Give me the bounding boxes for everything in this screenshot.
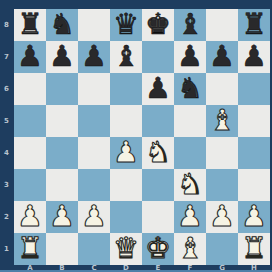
square-a5[interactable] (14, 105, 46, 137)
square-g8[interactable] (206, 9, 238, 41)
square-c2[interactable]: ♟ (78, 201, 110, 233)
white-rook[interactable]: ♜ (17, 234, 43, 263)
black-pawn[interactable]: ♟ (145, 74, 171, 103)
white-king[interactable]: ♚ (145, 234, 171, 263)
white-pawn[interactable]: ♟ (113, 138, 139, 167)
square-g2[interactable]: ♟ (206, 201, 238, 233)
square-d4[interactable]: ♟ (110, 137, 142, 169)
square-d3[interactable] (110, 169, 142, 201)
square-f6[interactable]: ♞ (174, 73, 206, 105)
white-rook[interactable]: ♜ (241, 234, 267, 263)
square-b4[interactable] (46, 137, 78, 169)
square-h7[interactable]: ♟ (238, 41, 270, 73)
square-h4[interactable] (238, 137, 270, 169)
square-e1[interactable]: ♚ (142, 233, 174, 265)
white-pawn[interactable]: ♟ (241, 202, 267, 231)
square-b3[interactable] (46, 169, 78, 201)
file-label-g: G (206, 265, 238, 272)
square-g4[interactable] (206, 137, 238, 169)
file-label-f: F (174, 265, 206, 272)
square-g3[interactable] (206, 169, 238, 201)
square-g1[interactable] (206, 233, 238, 265)
white-bishop[interactable]: ♝ (209, 106, 235, 135)
square-f1[interactable]: ♝ (174, 233, 206, 265)
square-g6[interactable] (206, 73, 238, 105)
square-a3[interactable] (14, 169, 46, 201)
black-pawn[interactable]: ♟ (81, 42, 107, 71)
square-f5[interactable] (174, 105, 206, 137)
black-queen[interactable]: ♛ (113, 10, 139, 39)
chess-board: ♜♞♛♚♝♜♟♟♟♝♟♟♟♟♞♝♟♞♞♟♟♟♟♟♟♜♛♚♝♜ (14, 9, 270, 265)
white-pawn[interactable]: ♟ (81, 202, 107, 231)
square-a6[interactable] (14, 73, 46, 105)
square-c4[interactable] (78, 137, 110, 169)
square-b5[interactable] (46, 105, 78, 137)
white-knight[interactable]: ♞ (177, 170, 203, 199)
square-e2[interactable] (142, 201, 174, 233)
black-pawn[interactable]: ♟ (17, 42, 43, 71)
square-c6[interactable] (78, 73, 110, 105)
square-d6[interactable] (110, 73, 142, 105)
square-h5[interactable] (238, 105, 270, 137)
black-bishop[interactable]: ♝ (177, 10, 203, 39)
square-e6[interactable]: ♟ (142, 73, 174, 105)
square-a8[interactable]: ♜ (14, 9, 46, 41)
white-pawn[interactable]: ♟ (177, 202, 203, 231)
square-b7[interactable]: ♟ (46, 41, 78, 73)
black-pawn[interactable]: ♟ (49, 42, 75, 71)
square-d1[interactable]: ♛ (110, 233, 142, 265)
black-king[interactable]: ♚ (145, 10, 171, 39)
square-f4[interactable] (174, 137, 206, 169)
square-g7[interactable]: ♟ (206, 41, 238, 73)
black-pawn[interactable]: ♟ (241, 42, 267, 71)
file-label-b: B (46, 265, 78, 272)
white-pawn[interactable]: ♟ (49, 202, 75, 231)
file-label-h: H (238, 265, 270, 272)
square-c3[interactable] (78, 169, 110, 201)
square-a1[interactable]: ♜ (14, 233, 46, 265)
rank-label-6: 6 (0, 73, 13, 105)
white-knight[interactable]: ♞ (145, 138, 171, 167)
square-d7[interactable]: ♝ (110, 41, 142, 73)
black-rook[interactable]: ♜ (241, 10, 267, 39)
square-h1[interactable]: ♜ (238, 233, 270, 265)
black-knight[interactable]: ♞ (177, 74, 203, 103)
file-label-e: E (142, 265, 174, 272)
file-label-c: C (78, 265, 110, 272)
square-c7[interactable]: ♟ (78, 41, 110, 73)
square-f7[interactable]: ♟ (174, 41, 206, 73)
rank-label-4: 4 (0, 137, 13, 169)
white-queen[interactable]: ♛ (113, 234, 139, 263)
black-pawn[interactable]: ♟ (177, 42, 203, 71)
square-b2[interactable]: ♟ (46, 201, 78, 233)
square-b1[interactable] (46, 233, 78, 265)
rank-label-1: 1 (0, 233, 13, 265)
square-h2[interactable]: ♟ (238, 201, 270, 233)
square-b6[interactable] (46, 73, 78, 105)
rank-label-7: 7 (0, 41, 13, 73)
square-d5[interactable] (110, 105, 142, 137)
square-e8[interactable]: ♚ (142, 9, 174, 41)
file-label-d: D (110, 265, 142, 272)
white-pawn[interactable]: ♟ (209, 202, 235, 231)
square-g5[interactable]: ♝ (206, 105, 238, 137)
square-h8[interactable]: ♜ (238, 9, 270, 41)
rank-label-8: 8 (0, 9, 13, 41)
square-f3[interactable]: ♞ (174, 169, 206, 201)
square-c8[interactable] (78, 9, 110, 41)
square-f2[interactable]: ♟ (174, 201, 206, 233)
rank-label-2: 2 (0, 201, 13, 233)
rank-label-3: 3 (0, 169, 13, 201)
square-a7[interactable]: ♟ (14, 41, 46, 73)
square-a4[interactable] (14, 137, 46, 169)
square-c5[interactable] (78, 105, 110, 137)
square-e3[interactable] (142, 169, 174, 201)
chess-app-window: ♜♞♛♚♝♜♟♟♟♝♟♟♟♟♞♝♟♞♞♟♟♟♟♟♟♜♛♚♝♜ 87654321 … (0, 0, 272, 272)
square-a2[interactable]: ♟ (14, 201, 46, 233)
rank-label-5: 5 (0, 105, 13, 137)
black-knight[interactable]: ♞ (49, 10, 75, 39)
white-bishop[interactable]: ♝ (177, 234, 203, 263)
black-bishop[interactable]: ♝ (113, 42, 139, 71)
square-h6[interactable] (238, 73, 270, 105)
file-label-a: A (14, 265, 46, 272)
square-d8[interactable]: ♛ (110, 9, 142, 41)
square-e7[interactable] (142, 41, 174, 73)
square-e4[interactable]: ♞ (142, 137, 174, 169)
black-pawn[interactable]: ♟ (209, 42, 235, 71)
square-e5[interactable] (142, 105, 174, 137)
black-rook[interactable]: ♜ (17, 10, 43, 39)
square-h3[interactable] (238, 169, 270, 201)
square-c1[interactable] (78, 233, 110, 265)
square-d2[interactable] (110, 201, 142, 233)
square-b8[interactable]: ♞ (46, 9, 78, 41)
square-f8[interactable]: ♝ (174, 9, 206, 41)
white-pawn[interactable]: ♟ (17, 202, 43, 231)
